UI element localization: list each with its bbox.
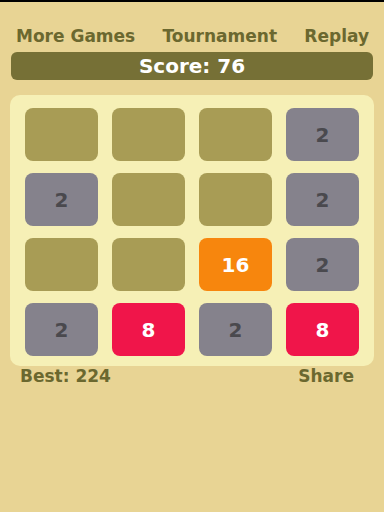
tournament-button[interactable]: Tournament <box>163 26 278 46</box>
tile-r3c4-2: 2 <box>286 238 359 291</box>
more-games-button[interactable]: More Games <box>16 26 135 46</box>
score-banner: Score: 76 <box>11 52 373 80</box>
share-button[interactable]: Share <box>298 366 354 386</box>
score-text: Score: 76 <box>139 54 245 78</box>
app-screen: More Games Tournament Replay Score: 76 2… <box>0 0 384 512</box>
tile-r4c4-8: 8 <box>286 303 359 356</box>
status-bar <box>0 0 384 2</box>
cell-r1c3-empty <box>199 108 272 161</box>
tile-r3c3-16: 16 <box>199 238 272 291</box>
cell-r3c1-empty <box>25 238 98 291</box>
cell-r2c2-empty <box>112 173 185 226</box>
cell-r3c2-empty <box>112 238 185 291</box>
cell-r1c2-empty <box>112 108 185 161</box>
game-board[interactable]: 2221622828 <box>10 95 374 366</box>
tile-r4c1-2: 2 <box>25 303 98 356</box>
top-nav: More Games Tournament Replay <box>16 26 369 46</box>
tile-r4c2-8: 8 <box>112 303 185 356</box>
tile-r4c3-2: 2 <box>199 303 272 356</box>
tile-r2c4-2: 2 <box>286 173 359 226</box>
cell-r2c3-empty <box>199 173 272 226</box>
tile-r2c1-2: 2 <box>25 173 98 226</box>
cell-r1c1-empty <box>25 108 98 161</box>
footer-bar: Best: 224 Share <box>20 366 354 386</box>
best-score-label: Best: 224 <box>20 366 111 386</box>
tile-r1c4-2: 2 <box>286 108 359 161</box>
replay-button[interactable]: Replay <box>304 26 369 46</box>
